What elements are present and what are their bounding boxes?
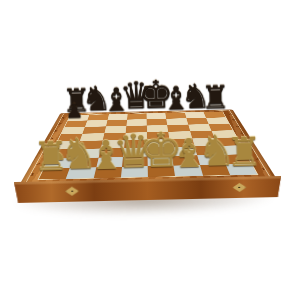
square-e1: [148, 165, 176, 176]
square-d2: [122, 156, 148, 166]
piece-c8-black-bishop: ♝: [102, 83, 131, 116]
board-rim: ABCDEFGH 87654321 87654321: [18, 109, 278, 187]
square-e2: [147, 156, 173, 166]
piece-d8-black-queen: ♛: [119, 78, 153, 116]
brass-hinge-icon: [65, 187, 79, 196]
square-h2: [221, 154, 251, 164]
square-b1: [66, 167, 96, 179]
square-c1: [93, 167, 121, 178]
board-scene: ABCDEFGH 87654321 87654321 ♜♞♝♛♚♝♞♜♟♟♟♟♟…: [0, 0, 285, 285]
piece-h8-black-rook: ♜: [201, 81, 230, 114]
piece-a8-black-rook: ♜: [62, 84, 91, 117]
square-h1: [225, 164, 257, 175]
board-grid: [39, 112, 257, 180]
square-f1: [174, 165, 203, 176]
brass-hinge-icon: [232, 183, 246, 192]
square-d1: [121, 166, 148, 177]
piece-b8-black-knight: ♞: [81, 82, 112, 116]
square-c2: [96, 157, 123, 167]
piece-g8-black-knight: ♞: [180, 80, 211, 114]
piece-f8-black-bishop: ♝: [161, 82, 190, 115]
chess-set-product-photo: ABCDEFGH 87654321 87654321 ♜♞♝♛♚♝♞♜♟♟♟♟♟…: [0, 0, 285, 285]
chess-board: [38, 112, 259, 180]
square-f2: [172, 155, 199, 165]
piece-e8-black-king: ♚: [138, 76, 173, 115]
